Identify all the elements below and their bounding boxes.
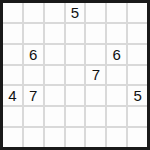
cell[interactable] (45, 3, 64, 22)
cell[interactable] (128, 66, 147, 85)
cell[interactable] (86, 45, 105, 64)
cell[interactable] (3, 24, 22, 43)
cell[interactable] (45, 107, 64, 126)
cell[interactable] (107, 24, 126, 43)
cell[interactable] (128, 45, 147, 64)
cell[interactable] (45, 45, 64, 64)
cell[interactable] (128, 128, 147, 147)
cell[interactable] (3, 107, 22, 126)
cell[interactable] (86, 107, 105, 126)
cell-given: 5 (66, 3, 85, 22)
puzzle-board: 5 6 6 7 4 7 5 (0, 0, 150, 150)
cell[interactable] (86, 128, 105, 147)
cell[interactable] (128, 24, 147, 43)
cell[interactable] (107, 107, 126, 126)
cell-given: 7 (86, 66, 105, 85)
cell[interactable] (66, 66, 85, 85)
cell[interactable] (24, 107, 43, 126)
cell[interactable] (3, 3, 22, 22)
cell[interactable] (24, 128, 43, 147)
cell[interactable] (66, 24, 85, 43)
cell[interactable] (128, 3, 147, 22)
cell[interactable] (66, 128, 85, 147)
cell[interactable] (45, 66, 64, 85)
cell[interactable] (45, 24, 64, 43)
cell[interactable] (66, 45, 85, 64)
cell[interactable] (45, 128, 64, 147)
cell[interactable] (45, 86, 64, 105)
cell[interactable] (66, 86, 85, 105)
cell[interactable] (3, 45, 22, 64)
cell-given: 6 (24, 45, 43, 64)
cell[interactable] (24, 3, 43, 22)
cell[interactable] (66, 107, 85, 126)
cell[interactable] (3, 128, 22, 147)
cell[interactable] (86, 3, 105, 22)
cell-given: 4 (3, 86, 22, 105)
cell[interactable] (86, 24, 105, 43)
cell[interactable] (24, 66, 43, 85)
cell-given: 5 (128, 86, 147, 105)
cell[interactable] (107, 86, 126, 105)
cell-given: 6 (107, 45, 126, 64)
cell[interactable] (107, 66, 126, 85)
cell-given: 7 (24, 86, 43, 105)
cell[interactable] (3, 66, 22, 85)
cell[interactable] (107, 128, 126, 147)
cell[interactable] (86, 86, 105, 105)
cell[interactable] (128, 107, 147, 126)
cell[interactable] (107, 3, 126, 22)
cell[interactable] (24, 24, 43, 43)
